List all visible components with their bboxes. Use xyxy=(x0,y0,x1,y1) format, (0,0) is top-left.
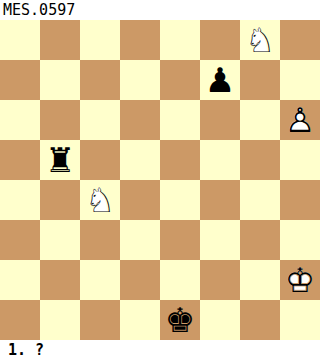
square-e8[interactable] xyxy=(160,20,200,60)
square-b8[interactable] xyxy=(40,20,80,60)
square-e3[interactable] xyxy=(160,220,200,260)
square-g6[interactable] xyxy=(240,100,280,140)
square-c4[interactable]: ♞♘ xyxy=(80,180,120,220)
square-c3[interactable] xyxy=(80,220,120,260)
square-g3[interactable] xyxy=(240,220,280,260)
square-h2[interactable]: ♚♔ xyxy=(280,260,320,300)
square-f2[interactable] xyxy=(200,260,240,300)
square-f6[interactable] xyxy=(200,100,240,140)
square-d1[interactable] xyxy=(120,300,160,340)
square-d2[interactable] xyxy=(120,260,160,300)
chess-board: ♞♘♟♟♙♜♞♘♚♔♚ xyxy=(0,20,320,340)
square-e6[interactable] xyxy=(160,100,200,140)
square-e7[interactable] xyxy=(160,60,200,100)
move-prompt: 1. ? xyxy=(0,340,44,360)
square-f7[interactable]: ♟ xyxy=(200,60,240,100)
footer-bar: 1. ? xyxy=(0,340,320,360)
square-a2[interactable] xyxy=(0,260,40,300)
square-c6[interactable] xyxy=(80,100,120,140)
square-h7[interactable] xyxy=(280,60,320,100)
square-a1[interactable] xyxy=(0,300,40,340)
square-a8[interactable] xyxy=(0,20,40,60)
square-a5[interactable] xyxy=(0,140,40,180)
square-h1[interactable] xyxy=(280,300,320,340)
square-a3[interactable] xyxy=(0,220,40,260)
title-bar: MES.0597 xyxy=(0,0,320,20)
white-pawn[interactable]: ♟♙ xyxy=(280,100,320,140)
white-pawn-outline: ♙ xyxy=(280,100,320,140)
square-c7[interactable] xyxy=(80,60,120,100)
square-d8[interactable] xyxy=(120,20,160,60)
square-e2[interactable] xyxy=(160,260,200,300)
black-rook-glyph: ♜ xyxy=(40,140,80,180)
square-c5[interactable] xyxy=(80,140,120,180)
square-h5[interactable] xyxy=(280,140,320,180)
square-h6[interactable]: ♟♙ xyxy=(280,100,320,140)
square-h3[interactable] xyxy=(280,220,320,260)
chess-puzzle-page: MES.0597 ♞♘♟♟♙♜♞♘♚♔♚ 1. ? xyxy=(0,0,320,360)
square-g4[interactable] xyxy=(240,180,280,220)
square-d6[interactable] xyxy=(120,100,160,140)
black-king-glyph: ♚ xyxy=(160,300,200,340)
square-b7[interactable] xyxy=(40,60,80,100)
square-b4[interactable] xyxy=(40,180,80,220)
square-d5[interactable] xyxy=(120,140,160,180)
white-knight[interactable]: ♞♘ xyxy=(240,20,280,60)
square-f5[interactable] xyxy=(200,140,240,180)
square-f1[interactable] xyxy=(200,300,240,340)
square-b5[interactable]: ♜ xyxy=(40,140,80,180)
square-b6[interactable] xyxy=(40,100,80,140)
square-g2[interactable] xyxy=(240,260,280,300)
square-b2[interactable] xyxy=(40,260,80,300)
square-f8[interactable] xyxy=(200,20,240,60)
square-h4[interactable] xyxy=(280,180,320,220)
square-g7[interactable] xyxy=(240,60,280,100)
black-rook[interactable]: ♜ xyxy=(40,140,80,180)
square-e4[interactable] xyxy=(160,180,200,220)
black-king[interactable]: ♚ xyxy=(160,300,200,340)
square-a6[interactable] xyxy=(0,100,40,140)
black-pawn-glyph: ♟ xyxy=(200,60,240,100)
square-g5[interactable] xyxy=(240,140,280,180)
white-knight-outline: ♘ xyxy=(80,180,120,220)
puzzle-id-title: MES.0597 xyxy=(0,0,75,20)
square-f3[interactable] xyxy=(200,220,240,260)
square-a4[interactable] xyxy=(0,180,40,220)
square-c1[interactable] xyxy=(80,300,120,340)
square-d4[interactable] xyxy=(120,180,160,220)
white-king[interactable]: ♚♔ xyxy=(280,260,320,300)
square-f4[interactable] xyxy=(200,180,240,220)
white-knight-outline: ♘ xyxy=(240,20,280,60)
square-c8[interactable] xyxy=(80,20,120,60)
square-b1[interactable] xyxy=(40,300,80,340)
black-pawn[interactable]: ♟ xyxy=(200,60,240,100)
square-c2[interactable] xyxy=(80,260,120,300)
square-d3[interactable] xyxy=(120,220,160,260)
white-king-outline: ♔ xyxy=(280,260,320,300)
square-e1[interactable]: ♚ xyxy=(160,300,200,340)
square-h8[interactable] xyxy=(280,20,320,60)
square-d7[interactable] xyxy=(120,60,160,100)
square-b3[interactable] xyxy=(40,220,80,260)
square-g8[interactable]: ♞♘ xyxy=(240,20,280,60)
square-g1[interactable] xyxy=(240,300,280,340)
square-e5[interactable] xyxy=(160,140,200,180)
square-a7[interactable] xyxy=(0,60,40,100)
white-knight[interactable]: ♞♘ xyxy=(80,180,120,220)
